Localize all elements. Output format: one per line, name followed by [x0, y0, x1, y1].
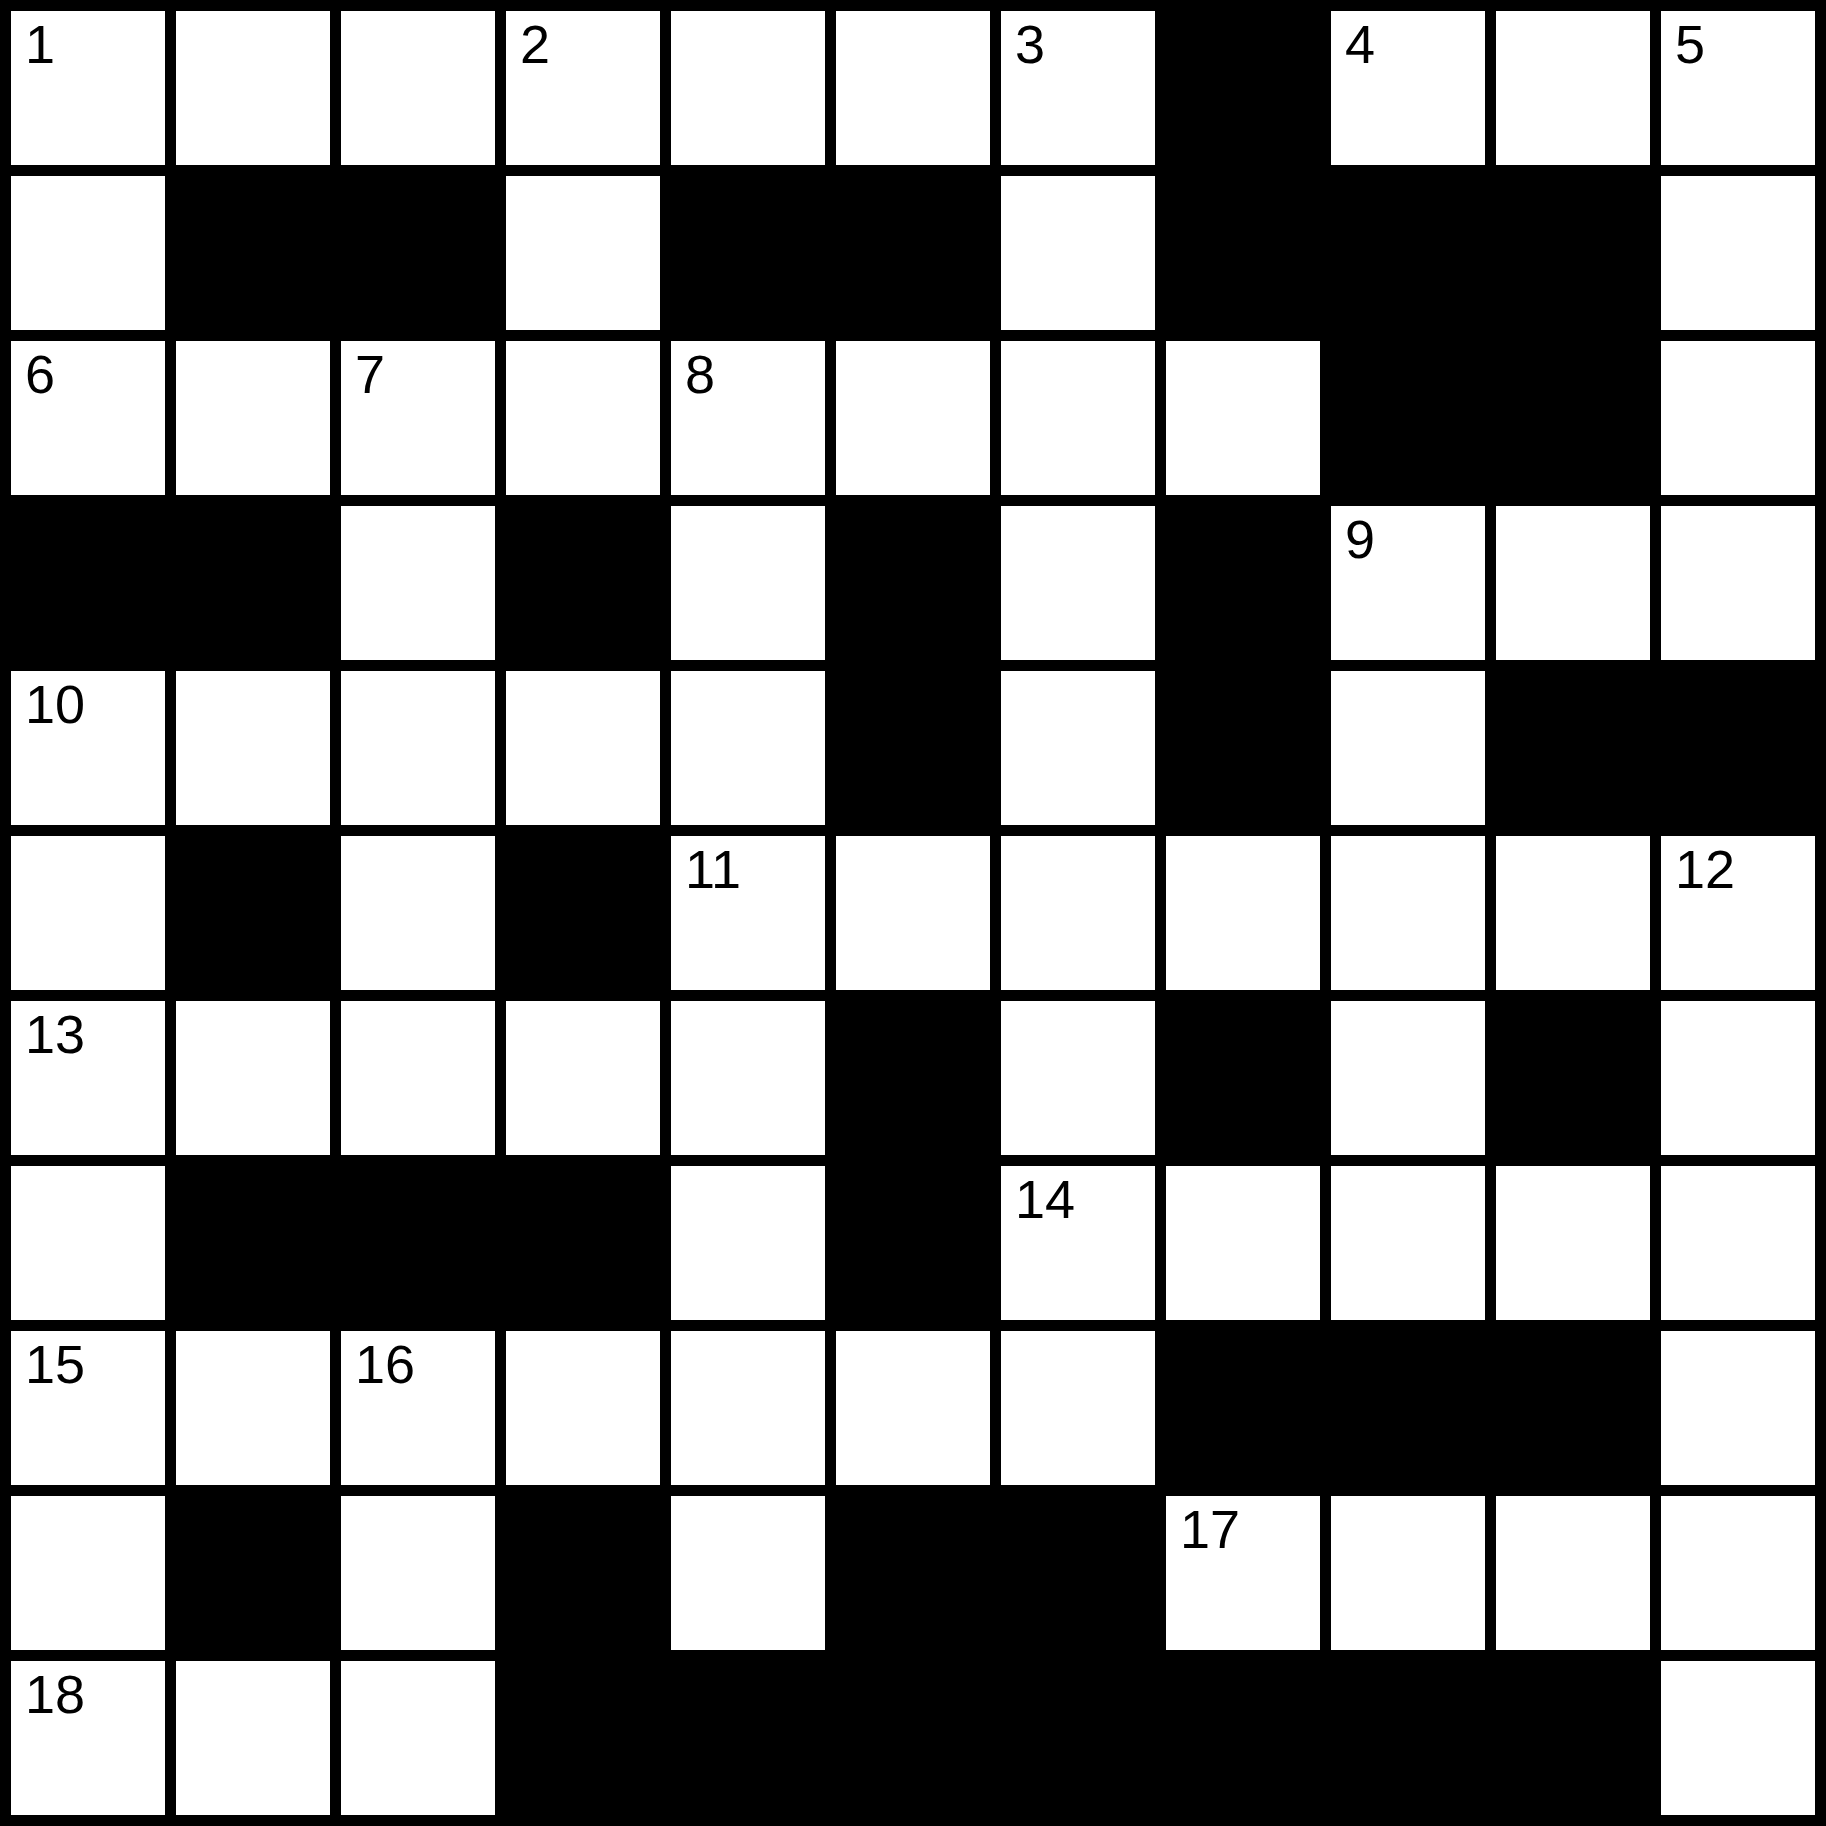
cell-r9c0[interactable]	[11, 1496, 165, 1650]
cell-r8c1[interactable]	[176, 1331, 330, 1485]
cell-r3c9[interactable]	[1496, 506, 1650, 660]
clue-number: 15	[25, 1337, 85, 1391]
cell-r2c4[interactable]: 8	[671, 341, 825, 495]
cell-r1c6[interactable]	[1001, 176, 1155, 330]
clue-number: 3	[1015, 17, 1045, 71]
clue-number: 17	[1180, 1502, 1240, 1556]
cell-r4c10	[1661, 671, 1815, 825]
cell-r8c8	[1331, 1331, 1485, 1485]
cell-r0c1[interactable]	[176, 11, 330, 165]
cell-r10c7	[1166, 1661, 1320, 1815]
cell-r9c10[interactable]	[1661, 1496, 1815, 1650]
cell-r7c6[interactable]: 14	[1001, 1166, 1155, 1320]
cell-r9c5	[836, 1496, 990, 1650]
cell-r9c8[interactable]	[1331, 1496, 1485, 1650]
cell-r5c0[interactable]	[11, 836, 165, 990]
cell-r5c4[interactable]: 11	[671, 836, 825, 990]
cell-r7c3	[506, 1166, 660, 1320]
cell-r8c0[interactable]: 15	[11, 1331, 165, 1485]
cell-r2c0[interactable]: 6	[11, 341, 165, 495]
clue-number: 2	[520, 17, 550, 71]
cell-r7c0[interactable]	[11, 1166, 165, 1320]
cell-r4c9	[1496, 671, 1650, 825]
cell-r1c5	[836, 176, 990, 330]
cell-r4c5	[836, 671, 990, 825]
cell-r4c6[interactable]	[1001, 671, 1155, 825]
cell-r6c2[interactable]	[341, 1001, 495, 1155]
cell-r3c0	[11, 506, 165, 660]
cell-r6c5	[836, 1001, 990, 1155]
cell-r7c5	[836, 1166, 990, 1320]
cell-r1c2	[341, 176, 495, 330]
clue-number: 8	[685, 347, 715, 401]
cell-r1c7	[1166, 176, 1320, 330]
clue-number: 4	[1345, 17, 1375, 71]
cell-r0c7	[1166, 11, 1320, 165]
clue-number: 9	[1345, 512, 1375, 566]
clue-number: 11	[685, 842, 741, 896]
cell-r6c9	[1496, 1001, 1650, 1155]
cell-r9c9[interactable]	[1496, 1496, 1650, 1650]
cell-r7c4[interactable]	[671, 1166, 825, 1320]
cell-r7c10[interactable]	[1661, 1166, 1815, 1320]
clue-number: 10	[25, 677, 85, 731]
cell-r6c0[interactable]: 13	[11, 1001, 165, 1155]
cell-r4c2[interactable]	[341, 671, 495, 825]
cell-r2c10[interactable]	[1661, 341, 1815, 495]
cell-r7c7[interactable]	[1166, 1166, 1320, 1320]
cell-r7c2	[341, 1166, 495, 1320]
cell-r9c4[interactable]	[671, 1496, 825, 1650]
cell-r1c3[interactable]	[506, 176, 660, 330]
cell-r1c8	[1331, 176, 1485, 330]
cell-r9c1	[176, 1496, 330, 1650]
cell-r10c5	[836, 1661, 990, 1815]
cell-r2c1[interactable]	[176, 341, 330, 495]
cell-r1c10[interactable]	[1661, 176, 1815, 330]
clue-number: 14	[1015, 1172, 1075, 1226]
clue-number: 1	[25, 17, 55, 71]
cell-r2c3[interactable]	[506, 341, 660, 495]
cell-r0c3[interactable]: 2	[506, 11, 660, 165]
cell-r10c0[interactable]: 18	[11, 1661, 165, 1815]
cell-r3c6[interactable]	[1001, 506, 1155, 660]
cell-r6c6[interactable]	[1001, 1001, 1155, 1155]
cell-r5c2[interactable]	[341, 836, 495, 990]
cell-r4c1[interactable]	[176, 671, 330, 825]
cell-r8c2[interactable]: 16	[341, 1331, 495, 1485]
cell-r9c6	[1001, 1496, 1155, 1650]
cell-r3c7	[1166, 506, 1320, 660]
cell-r5c10[interactable]: 12	[1661, 836, 1815, 990]
cell-r6c4[interactable]	[671, 1001, 825, 1155]
cell-r4c3[interactable]	[506, 671, 660, 825]
cell-r6c7	[1166, 1001, 1320, 1155]
cell-r5c9[interactable]	[1496, 836, 1650, 990]
cell-r1c9	[1496, 176, 1650, 330]
cell-r6c10[interactable]	[1661, 1001, 1815, 1155]
cell-r7c1	[176, 1166, 330, 1320]
cell-r0c2[interactable]	[341, 11, 495, 165]
clue-number: 6	[25, 347, 55, 401]
cell-r0c6[interactable]: 3	[1001, 11, 1155, 165]
cell-r0c4[interactable]	[671, 11, 825, 165]
cell-r6c8[interactable]	[1331, 1001, 1485, 1155]
cell-r5c6[interactable]	[1001, 836, 1155, 990]
cell-r10c1[interactable]	[176, 1661, 330, 1815]
cell-r9c7[interactable]: 17	[1166, 1496, 1320, 1650]
cell-r3c3	[506, 506, 660, 660]
cell-r10c3	[506, 1661, 660, 1815]
cell-r10c8	[1331, 1661, 1485, 1815]
cell-r6c1[interactable]	[176, 1001, 330, 1155]
clue-number: 7	[355, 347, 385, 401]
cell-r4c4[interactable]	[671, 671, 825, 825]
clue-number: 13	[25, 1007, 85, 1061]
cell-r3c10[interactable]	[1661, 506, 1815, 660]
cell-r3c5	[836, 506, 990, 660]
cell-r7c9[interactable]	[1496, 1166, 1650, 1320]
cell-r5c3	[506, 836, 660, 990]
cell-r7c8[interactable]	[1331, 1166, 1485, 1320]
crossword-board: 123456789101112131415161718	[0, 0, 1826, 1826]
cell-r0c10[interactable]: 5	[1661, 11, 1815, 165]
cell-r0c0[interactable]: 1	[11, 11, 165, 165]
cell-r10c2[interactable]	[341, 1661, 495, 1815]
cell-r2c7[interactable]	[1166, 341, 1320, 495]
cell-r5c1	[176, 836, 330, 990]
clue-number: 5	[1675, 17, 1705, 71]
cell-r8c7	[1166, 1331, 1320, 1485]
clue-number: 12	[1675, 842, 1735, 896]
cell-r3c1	[176, 506, 330, 660]
cell-r4c7	[1166, 671, 1320, 825]
cell-r8c4[interactable]	[671, 1331, 825, 1485]
cell-r4c8[interactable]	[1331, 671, 1485, 825]
cell-r1c0[interactable]	[11, 176, 165, 330]
cell-r5c8[interactable]	[1331, 836, 1485, 990]
cell-r8c5[interactable]	[836, 1331, 990, 1485]
cell-r8c3[interactable]	[506, 1331, 660, 1485]
clue-number: 16	[355, 1337, 415, 1391]
cell-r4c0[interactable]: 10	[11, 671, 165, 825]
cell-r10c6	[1001, 1661, 1155, 1815]
cell-r2c9	[1496, 341, 1650, 495]
cell-r0c9[interactable]	[1496, 11, 1650, 165]
cell-r9c2[interactable]	[341, 1496, 495, 1650]
cell-r3c4[interactable]	[671, 506, 825, 660]
cell-r2c8	[1331, 341, 1485, 495]
cell-r9c3	[506, 1496, 660, 1650]
cell-r5c5[interactable]	[836, 836, 990, 990]
cell-r10c10[interactable]	[1661, 1661, 1815, 1815]
cell-r5c7[interactable]	[1166, 836, 1320, 990]
cell-r8c9	[1496, 1331, 1650, 1485]
cell-r1c4	[671, 176, 825, 330]
cell-r0c5[interactable]	[836, 11, 990, 165]
cell-r8c10[interactable]	[1661, 1331, 1815, 1485]
cell-r2c5[interactable]	[836, 341, 990, 495]
clue-number: 18	[25, 1667, 85, 1721]
cell-r6c3[interactable]	[506, 1001, 660, 1155]
cell-r10c4	[671, 1661, 825, 1815]
cell-r10c9	[1496, 1661, 1650, 1815]
cell-r1c1	[176, 176, 330, 330]
cell-r3c8[interactable]: 9	[1331, 506, 1485, 660]
cell-r2c6[interactable]	[1001, 341, 1155, 495]
cell-r3c2[interactable]	[341, 506, 495, 660]
cell-r0c8[interactable]: 4	[1331, 11, 1485, 165]
cell-r2c2[interactable]: 7	[341, 341, 495, 495]
cell-r8c6[interactable]	[1001, 1331, 1155, 1485]
